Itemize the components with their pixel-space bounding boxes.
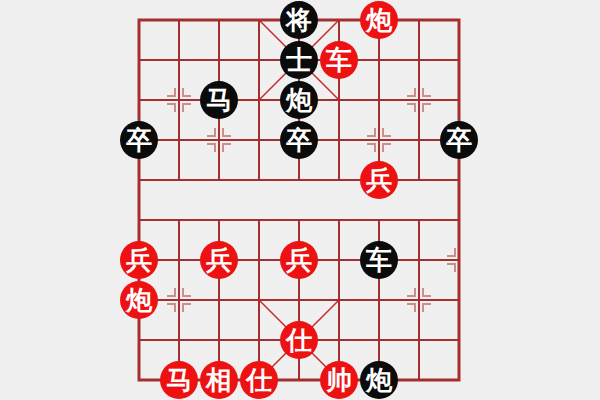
piece-red-cannon[interactable]: 炮: [360, 1, 398, 39]
piece-red-general[interactable]: 帅: [320, 361, 358, 399]
board-canvas: 将炮士车马炮卒卒卒兵兵兵兵车炮仕马相仕帅炮: [0, 0, 600, 400]
piece-red-chariot[interactable]: 车: [320, 41, 358, 79]
piece-red-advisor[interactable]: 仕: [280, 321, 318, 359]
piece-black-chariot[interactable]: 车: [360, 241, 398, 279]
piece-red-soldier[interactable]: 兵: [120, 241, 158, 279]
piece-black-soldier[interactable]: 卒: [440, 121, 478, 159]
piece-red-horse[interactable]: 马: [160, 361, 198, 399]
piece-red-soldier[interactable]: 兵: [280, 241, 318, 279]
piece-black-advisor[interactable]: 士: [280, 41, 318, 79]
piece-black-general[interactable]: 将: [280, 1, 318, 39]
piece-black-soldier[interactable]: 卒: [120, 121, 158, 159]
piece-red-soldier[interactable]: 兵: [360, 161, 398, 199]
piece-black-horse[interactable]: 马: [200, 81, 238, 119]
piece-red-elephant[interactable]: 相: [200, 361, 238, 399]
pieces-layer: 将炮士车马炮卒卒卒兵兵兵兵车炮仕马相仕帅炮: [119, 0, 479, 400]
piece-red-soldier[interactable]: 兵: [200, 241, 238, 279]
piece-black-cannon[interactable]: 炮: [360, 361, 398, 399]
piece-black-soldier[interactable]: 卒: [280, 121, 318, 159]
piece-red-cannon[interactable]: 炮: [120, 281, 158, 319]
piece-red-advisor[interactable]: 仕: [240, 361, 278, 399]
piece-black-cannon[interactable]: 炮: [280, 81, 318, 119]
